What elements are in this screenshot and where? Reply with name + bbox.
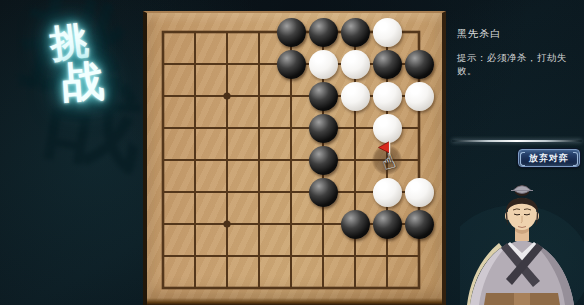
black-stone <box>275 16 307 48</box>
calligraphy-shadow: 战 <box>37 51 154 196</box>
black-stone <box>307 112 339 144</box>
black-stone <box>403 208 435 240</box>
black-stone <box>339 208 371 240</box>
black-stone <box>339 16 371 48</box>
go-board[interactable]: ☝ <box>143 11 446 305</box>
mode-label-char: 挑 <box>47 15 91 70</box>
mode-label-char: 战 <box>60 53 106 112</box>
calligraphy-shadow: 挑 <box>7 0 142 129</box>
black-stone <box>307 176 339 208</box>
black-stone <box>307 16 339 48</box>
challenge-title: 黑先杀白 <box>457 27 501 41</box>
black-stone <box>371 208 403 240</box>
white-stone <box>339 80 371 112</box>
black-stone <box>307 80 339 112</box>
hint-text: 提示：必须净杀，打劫失败。 <box>457 52 584 78</box>
challenge-mode-banner: 挑 战 挑 战 <box>18 0 148 150</box>
move-hint-marker[interactable]: ☝ <box>371 144 403 176</box>
board-grid[interactable]: ☝ <box>147 16 435 304</box>
white-stone <box>403 176 435 208</box>
white-stone <box>371 176 403 208</box>
resign-button-label: 放弃对弈 <box>529 152 569 165</box>
black-stone <box>307 144 339 176</box>
white-stone <box>307 48 339 80</box>
white-stone <box>339 48 371 80</box>
game-screen: 挑 战 挑 战 ☝ 黑先杀白 提示：必须净杀，打劫失败。 放弃对弈 <box>0 0 584 305</box>
stones-grid[interactable]: ☝ <box>147 16 435 304</box>
white-stone <box>403 80 435 112</box>
black-stone <box>403 48 435 80</box>
white-stone <box>371 16 403 48</box>
panel-divider <box>452 140 582 142</box>
resign-button[interactable]: 放弃对弈 <box>518 149 580 167</box>
black-stone <box>371 48 403 80</box>
opponent-portrait <box>460 181 584 305</box>
black-stone <box>275 48 307 80</box>
white-stone <box>371 80 403 112</box>
